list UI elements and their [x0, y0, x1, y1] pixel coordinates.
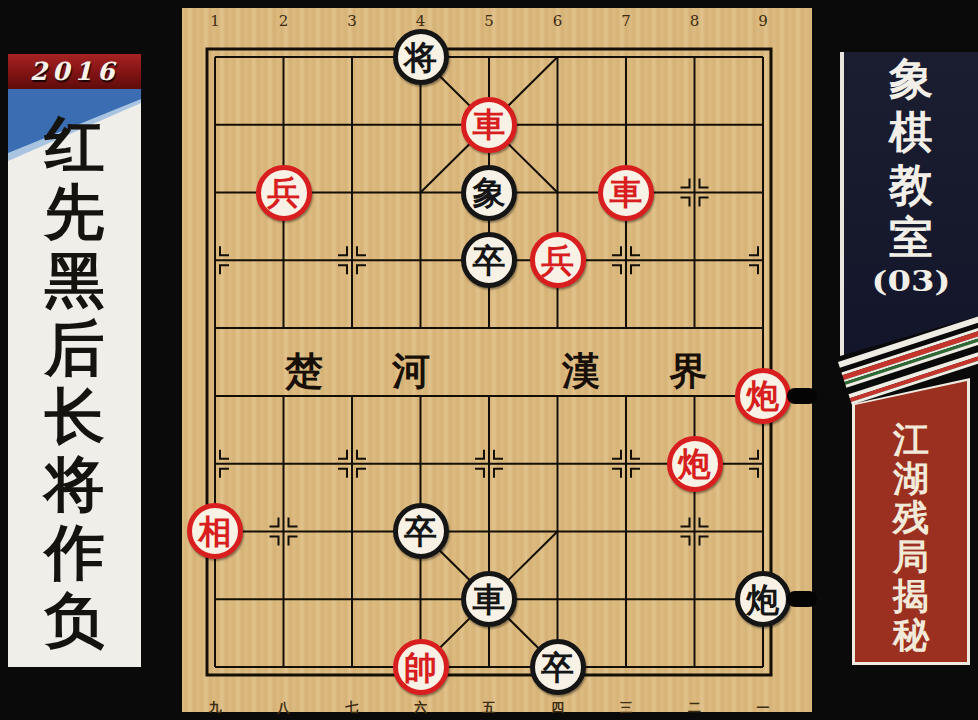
piece-black-chariot[interactable]: 車 [461, 571, 517, 627]
piece-shadow [787, 388, 817, 404]
piece-red-elephant[interactable]: 相 [187, 503, 243, 559]
caption-text: 红先黑后长将作负 [8, 110, 141, 654]
series-title-char: 象 [844, 52, 978, 105]
file-number-bottom: 四 [538, 699, 578, 717]
file-number-top: 3 [332, 12, 372, 30]
caption-char: 后 [8, 314, 141, 382]
subtitle-char: 湖 [855, 459, 967, 498]
caption-char: 红 [8, 110, 141, 178]
file-number-bottom: 五 [469, 699, 509, 717]
file-number-top: 4 [401, 12, 441, 30]
subtitle-char: 揭 [855, 576, 967, 615]
file-number-bottom: 九 [195, 699, 235, 717]
year-banner: 2016 [8, 54, 141, 89]
file-number-bottom: 二 [675, 699, 715, 717]
subtitle-panel: 江湖残局揭秘 [852, 378, 970, 665]
piece-black-soldier[interactable]: 卒 [393, 503, 449, 559]
piece-black-soldier[interactable]: 卒 [530, 639, 586, 695]
file-number-top: 9 [743, 12, 783, 30]
piece-black-cannon[interactable]: 炮 [735, 571, 791, 627]
episode-number: (03) [827, 266, 978, 297]
caption-char: 先 [8, 178, 141, 246]
file-number-bottom: 一 [743, 699, 783, 717]
series-title-panel: 象棋教室 (03) [840, 52, 978, 362]
subtitle-char: 秘 [855, 615, 967, 654]
file-number-top: 6 [538, 12, 578, 30]
river-label-left: 楚 河 [285, 346, 458, 397]
file-number-top: 1 [195, 12, 235, 30]
caption-char: 长 [8, 382, 141, 450]
subtitle-char: 残 [855, 498, 967, 537]
file-number-bottom: 八 [264, 699, 304, 717]
year-label: 2016 [30, 57, 120, 86]
piece-shadow [787, 591, 817, 607]
file-number-top: 8 [675, 12, 715, 30]
series-title-char: 棋 [844, 105, 978, 158]
caption-char: 将 [8, 450, 141, 518]
video-frame: 2016 红先黑后长将作负 123456789 九八七六五四三二一 楚 河 漢 … [0, 0, 978, 720]
file-number-bottom: 七 [332, 699, 372, 717]
river-label-right: 漢 界 [562, 346, 735, 397]
piece-black-elephant[interactable]: 象 [461, 165, 517, 221]
piece-red-chariot[interactable]: 車 [461, 97, 517, 153]
file-number-top: 7 [606, 12, 646, 30]
caption-char: 负 [8, 586, 141, 654]
series-title-char: 教 [844, 158, 978, 211]
subtitle-char: 局 [855, 537, 967, 576]
piece-black-soldier[interactable]: 卒 [461, 232, 517, 288]
piece-red-cannon[interactable]: 炮 [667, 436, 723, 492]
left-caption-panel: 2016 红先黑后长将作负 [8, 54, 141, 667]
xiangqi-board: 123456789 九八七六五四三二一 楚 河 漢 界 将車兵象車卒兵炮炮相卒車… [182, 8, 812, 712]
piece-red-soldier[interactable]: 兵 [256, 165, 312, 221]
caption-char: 作 [8, 518, 141, 586]
file-number-top: 5 [469, 12, 509, 30]
caption-char: 黑 [8, 246, 141, 314]
subtitle-text: 江湖残局揭秘 [855, 378, 967, 662]
subtitle-char: 江 [855, 420, 967, 459]
piece-red-general[interactable]: 帥 [393, 639, 449, 695]
series-title-char: 室 [844, 211, 978, 264]
piece-red-soldier[interactable]: 兵 [530, 232, 586, 288]
series-title: 象棋教室 [844, 52, 978, 264]
file-number-top: 2 [264, 12, 304, 30]
piece-red-cannon[interactable]: 炮 [735, 368, 791, 424]
file-number-bottom: 六 [401, 699, 441, 717]
piece-red-chariot[interactable]: 車 [598, 165, 654, 221]
file-number-bottom: 三 [606, 699, 646, 717]
piece-black-general[interactable]: 将 [393, 29, 449, 85]
